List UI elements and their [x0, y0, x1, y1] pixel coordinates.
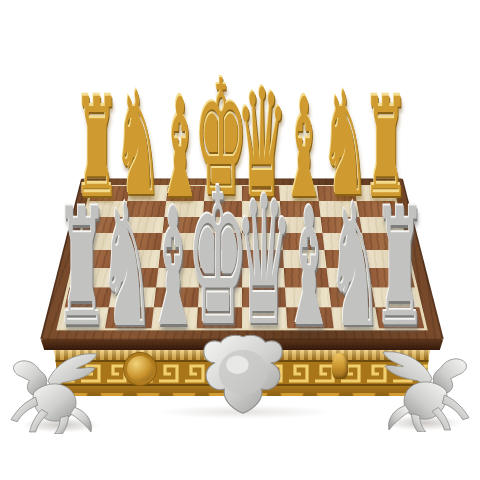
chess-set-photo: ♜♞♝♚♛♝♞♜♜♞♝♚♛♝♞♜ — [0, 0, 480, 480]
pegasus-left-figure — [0, 352, 102, 434]
piece-silver-rook-h1[interactable]: ♜ — [374, 206, 427, 333]
